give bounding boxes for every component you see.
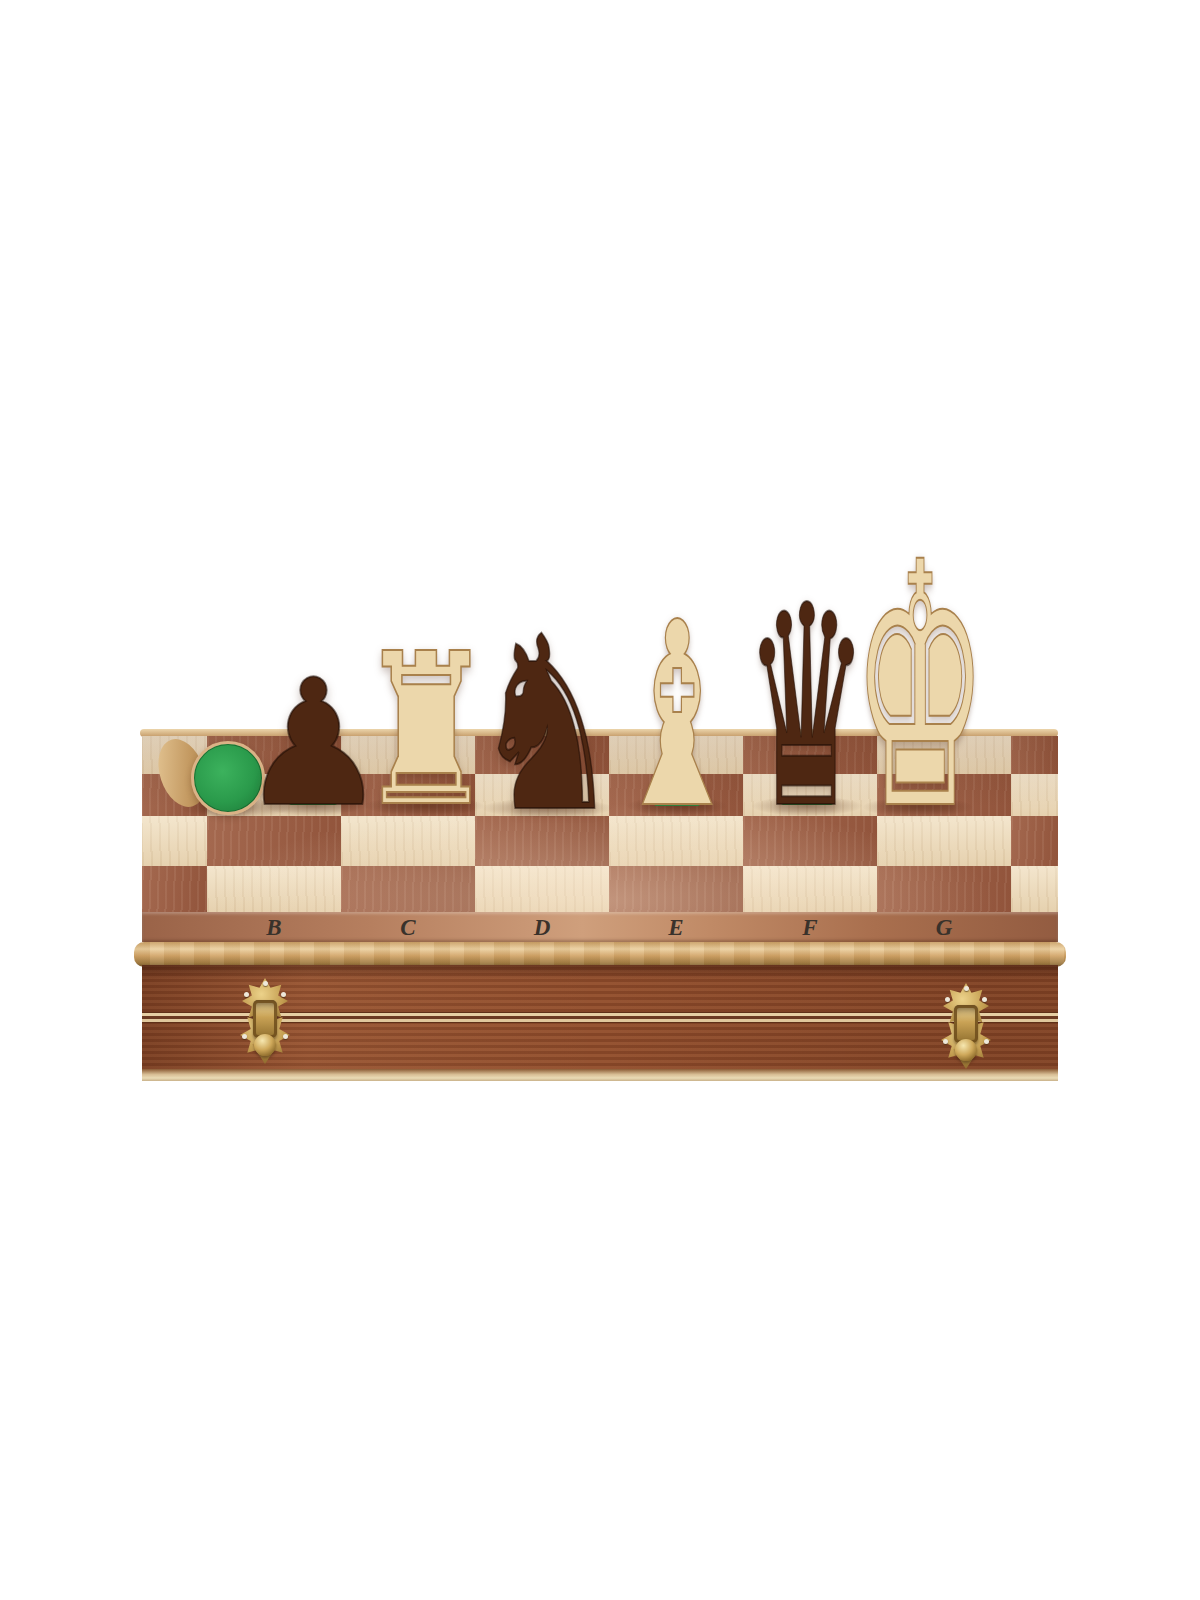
latch-rivet (281, 992, 286, 997)
latch-rivet (242, 1034, 247, 1039)
board-square (877, 866, 1011, 912)
latch-rivet (943, 1039, 948, 1044)
file-label-e: E (656, 915, 696, 941)
board-square (341, 866, 475, 912)
board-square (1011, 774, 1058, 816)
board-square (475, 816, 609, 866)
board-square (142, 866, 207, 912)
chessboard-grid (142, 736, 1058, 912)
felt-base (289, 800, 337, 805)
board-square (475, 736, 609, 774)
file-label-b: B (254, 915, 294, 941)
piece-shadow (752, 796, 862, 816)
board-square (743, 816, 877, 866)
board-square (475, 866, 609, 912)
felt-base (891, 799, 945, 804)
latch-rivet (263, 981, 268, 986)
felt-base (781, 800, 833, 805)
board-square (1011, 866, 1058, 912)
board-square (609, 736, 743, 774)
latch-knob (254, 1034, 276, 1056)
latch-knob (955, 1039, 977, 1061)
board-square (609, 866, 743, 912)
felt-base (517, 803, 577, 808)
latch-rivet (984, 1039, 989, 1044)
latch-rivet (945, 997, 950, 1002)
board-square (1011, 816, 1058, 866)
piece-shadow (627, 796, 727, 816)
brass-latch-right (931, 983, 1001, 1069)
oak-front-edge (134, 942, 1066, 967)
file-label-d: D (522, 915, 562, 941)
box-bottom-edge (142, 1069, 1058, 1081)
board-square (877, 816, 1011, 866)
latch-hasp (253, 1000, 277, 1038)
board-square (341, 816, 475, 866)
file-label-g: G (924, 915, 964, 941)
latch-hasp (954, 1005, 978, 1043)
brass-latch-left (230, 978, 300, 1064)
latch-rivet (244, 992, 249, 997)
product-photo-scene: B C D E F G (0, 0, 1200, 1600)
board-square (207, 816, 341, 866)
board-square (877, 736, 1011, 774)
file-labels-strip: B C D E F G (142, 912, 1058, 942)
board-square (743, 866, 877, 912)
piece-shadow (482, 798, 612, 818)
latch-rivet (283, 1034, 288, 1039)
board-square (609, 816, 743, 866)
board-square (1011, 736, 1058, 774)
board-square (142, 816, 207, 866)
felt-base (396, 799, 452, 804)
file-label-c: C (388, 915, 428, 941)
latch-rivet (982, 997, 987, 1002)
board-square (743, 736, 877, 774)
file-label-f: F (790, 915, 830, 941)
box-front-panel (142, 965, 1058, 1081)
board-square (341, 736, 475, 774)
latch-rivet (964, 986, 969, 991)
fallen-pawn-felt-disc (191, 741, 265, 815)
felt-base (654, 801, 700, 806)
board-square (207, 866, 341, 912)
piece-shadow (266, 796, 361, 816)
